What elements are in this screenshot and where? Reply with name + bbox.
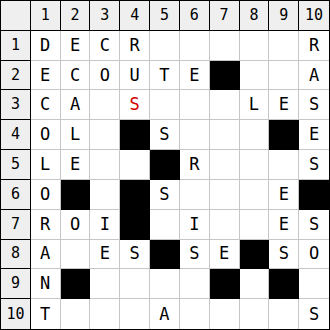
grid-cell[interactable]: A xyxy=(61,90,91,120)
grid-cell[interactable] xyxy=(210,150,240,180)
corner-cell xyxy=(1,1,31,31)
grid-cell[interactable]: L xyxy=(61,120,91,150)
grid-cell[interactable] xyxy=(180,180,210,210)
col-header: 6 xyxy=(180,1,210,31)
col-header: 2 xyxy=(61,1,91,31)
grid-cell[interactable]: S xyxy=(299,210,329,240)
grid-cell[interactable]: I xyxy=(90,210,120,240)
grid-cell[interactable] xyxy=(90,150,120,180)
grid-cell[interactable] xyxy=(90,180,120,210)
black-cell xyxy=(120,180,150,210)
grid-cell[interactable]: T xyxy=(150,61,180,91)
black-cell xyxy=(150,240,180,270)
row-header: 6 xyxy=(1,180,31,210)
grid-cell[interactable] xyxy=(210,90,240,120)
grid-cell[interactable] xyxy=(120,299,150,329)
grid-cell[interactable]: E xyxy=(61,150,91,180)
grid-cell[interactable] xyxy=(269,299,299,329)
grid-cell[interactable] xyxy=(299,269,329,299)
row-header: 7 xyxy=(1,210,31,240)
row-header: 5 xyxy=(1,150,31,180)
col-header: 1 xyxy=(31,1,61,31)
grid-cell[interactable]: A xyxy=(31,240,61,270)
grid-cell[interactable] xyxy=(210,31,240,61)
grid-cell[interactable] xyxy=(180,90,210,120)
black-cell xyxy=(210,61,240,91)
grid-cell[interactable]: A xyxy=(150,299,180,329)
grid-cell[interactable] xyxy=(269,150,299,180)
grid-cell[interactable]: E xyxy=(31,61,61,91)
grid-cell[interactable] xyxy=(240,180,270,210)
grid-cell[interactable] xyxy=(90,90,120,120)
grid-cell[interactable] xyxy=(90,269,120,299)
black-cell xyxy=(61,180,91,210)
grid-cell[interactable]: I xyxy=(180,210,210,240)
row-header: 3 xyxy=(1,90,31,120)
grid-cell[interactable]: S xyxy=(150,180,180,210)
grid-cell[interactable]: C xyxy=(90,31,120,61)
grid-cell[interactable]: E xyxy=(61,31,91,61)
grid-cell[interactable]: O xyxy=(299,240,329,270)
black-cell xyxy=(269,120,299,150)
col-header: 7 xyxy=(210,1,240,31)
row-header: 9 xyxy=(1,269,31,299)
grid-cell[interactable]: C xyxy=(31,90,61,120)
black-cell xyxy=(210,269,240,299)
crossword-board: 123456789101DECRR2ECOUTEA3CASLES4OLSE5LE… xyxy=(0,0,330,330)
black-cell xyxy=(299,180,329,210)
grid-cell[interactable] xyxy=(240,31,270,61)
grid-cell[interactable]: S xyxy=(299,150,329,180)
grid-cell[interactable]: O xyxy=(31,180,61,210)
grid-cell[interactable]: U xyxy=(120,61,150,91)
row-header: 10 xyxy=(1,299,31,329)
grid-cell[interactable] xyxy=(150,210,180,240)
grid-cell[interactable]: L xyxy=(240,90,270,120)
grid-cell[interactable]: E xyxy=(269,180,299,210)
black-cell xyxy=(120,120,150,150)
col-header: 8 xyxy=(240,1,270,31)
row-header: 4 xyxy=(1,120,31,150)
black-cell xyxy=(240,240,270,270)
col-header: 3 xyxy=(90,1,120,31)
grid-cell[interactable]: O xyxy=(31,120,61,150)
grid-cell[interactable]: S xyxy=(150,120,180,150)
grid-cell[interactable] xyxy=(61,299,91,329)
grid-cell[interactable] xyxy=(210,299,240,329)
grid-cell[interactable] xyxy=(150,269,180,299)
grid-cell[interactable] xyxy=(240,150,270,180)
grid-cell[interactable] xyxy=(210,180,240,210)
grid-cell[interactable]: S xyxy=(180,240,210,270)
grid-cell[interactable] xyxy=(150,90,180,120)
grid-cell[interactable]: D xyxy=(31,31,61,61)
col-header: 5 xyxy=(150,1,180,31)
grid-cell[interactable]: O xyxy=(61,210,91,240)
grid-cell[interactable]: R xyxy=(180,150,210,180)
grid-cell[interactable] xyxy=(240,210,270,240)
grid-cell[interactable]: E xyxy=(210,240,240,270)
grid-cell[interactable]: E xyxy=(269,90,299,120)
row-header: 8 xyxy=(1,240,31,270)
row-header: 1 xyxy=(1,31,31,61)
grid-cell[interactable] xyxy=(269,31,299,61)
grid-cell[interactable] xyxy=(210,120,240,150)
grid-cell[interactable]: S xyxy=(269,240,299,270)
grid-cell[interactable]: T xyxy=(31,299,61,329)
grid-cell[interactable]: O xyxy=(90,61,120,91)
grid-cell[interactable] xyxy=(180,269,210,299)
grid-cell[interactable]: N xyxy=(31,269,61,299)
grid-cell[interactable]: R xyxy=(120,31,150,61)
row-header: 2 xyxy=(1,61,31,91)
black-cell xyxy=(269,269,299,299)
grid-cell[interactable] xyxy=(180,31,210,61)
grid-cell[interactable] xyxy=(240,299,270,329)
grid-cell[interactable]: E xyxy=(269,210,299,240)
grid-cell[interactable] xyxy=(210,210,240,240)
grid-cell[interactable] xyxy=(240,120,270,150)
grid-cell[interactable]: R xyxy=(31,210,61,240)
grid-cell[interactable] xyxy=(240,269,270,299)
black-cell xyxy=(150,150,180,180)
grid-cell[interactable]: C xyxy=(61,61,91,91)
grid-cell[interactable]: S xyxy=(120,240,150,270)
grid-cell[interactable] xyxy=(269,61,299,91)
col-header: 4 xyxy=(120,1,150,31)
grid-cell[interactable] xyxy=(180,120,210,150)
grid-cell[interactable] xyxy=(61,240,91,270)
grid-cell[interactable] xyxy=(90,120,120,150)
grid-cell[interactable] xyxy=(150,31,180,61)
grid-cell[interactable]: A xyxy=(299,61,329,91)
grid-cell[interactable]: S xyxy=(299,299,329,329)
grid-cell[interactable]: L xyxy=(31,150,61,180)
grid-cell[interactable] xyxy=(120,150,150,180)
col-header: 9 xyxy=(269,1,299,31)
col-header: 10 xyxy=(299,1,329,31)
grid-cell[interactable] xyxy=(240,61,270,91)
grid-cell[interactable]: S xyxy=(299,90,329,120)
grid-cell[interactable]: E xyxy=(90,240,120,270)
black-cell xyxy=(61,269,91,299)
grid-cell[interactable]: R xyxy=(299,31,329,61)
grid-cell[interactable] xyxy=(120,269,150,299)
grid-cell[interactable]: S xyxy=(120,90,150,120)
black-cell xyxy=(120,210,150,240)
grid-cell[interactable] xyxy=(90,299,120,329)
grid-cell[interactable]: E xyxy=(299,120,329,150)
grid-cell[interactable]: E xyxy=(180,61,210,91)
grid-cell[interactable] xyxy=(180,299,210,329)
